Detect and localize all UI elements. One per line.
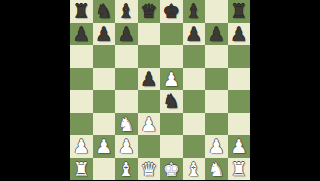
black-pawn-piece[interactable]: ♟ — [140, 68, 157, 90]
square-g3[interactable] — [205, 113, 228, 136]
square-b4[interactable] — [93, 90, 116, 113]
square-c1[interactable]: ♝ — [115, 158, 138, 181]
square-b6[interactable] — [93, 45, 116, 68]
white-king-piece[interactable]: ♚ — [163, 158, 180, 180]
black-bishop-piece[interactable]: ♝ — [185, 0, 202, 22]
square-a6[interactable] — [70, 45, 93, 68]
black-pawn-piece[interactable]: ♟ — [95, 23, 112, 45]
square-e3[interactable] — [160, 113, 183, 136]
square-d1[interactable]: ♛ — [138, 158, 161, 181]
square-h3[interactable] — [228, 113, 251, 136]
square-d4[interactable] — [138, 90, 161, 113]
square-b2[interactable]: ♟ — [93, 135, 116, 158]
square-a7[interactable]: ♟ — [70, 23, 93, 46]
square-f8[interactable]: ♝ — [183, 0, 206, 23]
white-rook-piece[interactable]: ♜ — [230, 158, 247, 180]
square-a2[interactable]: ♟ — [70, 135, 93, 158]
square-e2[interactable] — [160, 135, 183, 158]
white-bishop-piece[interactable]: ♝ — [118, 158, 135, 180]
white-pawn-piece[interactable]: ♟ — [140, 113, 157, 135]
square-f4[interactable] — [183, 90, 206, 113]
white-pawn-piece[interactable]: ♟ — [118, 135, 135, 157]
square-d2[interactable] — [138, 135, 161, 158]
square-b5[interactable] — [93, 68, 116, 91]
video-frame: ♜♞♝♛♚♝♜♟♟♟♟♟♟♟♟♞♞♟♟♟♟♟♟♜♝♛♚♝♞♜ — [0, 0, 320, 180]
black-king-piece[interactable]: ♚ — [163, 0, 180, 22]
square-c2[interactable]: ♟ — [115, 135, 138, 158]
square-e4[interactable]: ♞ — [160, 90, 183, 113]
square-c3[interactable]: ♞ — [115, 113, 138, 136]
square-f3[interactable] — [183, 113, 206, 136]
black-pawn-piece[interactable]: ♟ — [208, 23, 225, 45]
square-g6[interactable] — [205, 45, 228, 68]
square-h6[interactable] — [228, 45, 251, 68]
black-pawn-piece[interactable]: ♟ — [73, 23, 90, 45]
white-pawn-piece[interactable]: ♟ — [163, 68, 180, 90]
square-e6[interactable] — [160, 45, 183, 68]
square-f6[interactable] — [183, 45, 206, 68]
square-e7[interactable] — [160, 23, 183, 46]
square-a5[interactable] — [70, 68, 93, 91]
chess-board[interactable]: ♜♞♝♛♚♝♜♟♟♟♟♟♟♟♟♞♞♟♟♟♟♟♟♜♝♛♚♝♞♜ — [70, 0, 250, 180]
square-d8[interactable]: ♛ — [138, 0, 161, 23]
square-e8[interactable]: ♚ — [160, 0, 183, 23]
square-g7[interactable]: ♟ — [205, 23, 228, 46]
square-h8[interactable]: ♜ — [228, 0, 251, 23]
square-b1[interactable] — [93, 158, 116, 181]
square-a3[interactable] — [70, 113, 93, 136]
letterbox-left — [0, 0, 70, 180]
square-e5[interactable]: ♟ — [160, 68, 183, 91]
square-h4[interactable] — [228, 90, 251, 113]
square-a4[interactable] — [70, 90, 93, 113]
square-e1[interactable]: ♚ — [160, 158, 183, 181]
square-g8[interactable] — [205, 0, 228, 23]
square-g4[interactable] — [205, 90, 228, 113]
square-d5[interactable]: ♟ — [138, 68, 161, 91]
square-c5[interactable] — [115, 68, 138, 91]
square-h2[interactable]: ♟ — [228, 135, 251, 158]
square-d7[interactable] — [138, 23, 161, 46]
square-c6[interactable] — [115, 45, 138, 68]
square-f1[interactable]: ♝ — [183, 158, 206, 181]
black-pawn-piece[interactable]: ♟ — [230, 23, 247, 45]
square-g1[interactable]: ♞ — [205, 158, 228, 181]
square-f2[interactable] — [183, 135, 206, 158]
square-f5[interactable] — [183, 68, 206, 91]
square-a8[interactable]: ♜ — [70, 0, 93, 23]
square-g2[interactable]: ♟ — [205, 135, 228, 158]
square-g5[interactable] — [205, 68, 228, 91]
white-pawn-piece[interactable]: ♟ — [230, 135, 247, 157]
square-b8[interactable]: ♞ — [93, 0, 116, 23]
white-pawn-piece[interactable]: ♟ — [208, 135, 225, 157]
black-knight-piece[interactable]: ♞ — [163, 90, 180, 112]
white-knight-piece[interactable]: ♞ — [118, 113, 135, 135]
square-f7[interactable]: ♟ — [183, 23, 206, 46]
white-knight-piece[interactable]: ♞ — [208, 158, 225, 180]
white-bishop-piece[interactable]: ♝ — [185, 158, 202, 180]
letterbox-right — [250, 0, 320, 180]
square-a1[interactable]: ♜ — [70, 158, 93, 181]
black-rook-piece[interactable]: ♜ — [230, 0, 247, 22]
black-pawn-piece[interactable]: ♟ — [118, 23, 135, 45]
square-d6[interactable] — [138, 45, 161, 68]
square-c7[interactable]: ♟ — [115, 23, 138, 46]
white-queen-piece[interactable]: ♛ — [140, 158, 157, 180]
square-h5[interactable] — [228, 68, 251, 91]
square-h7[interactable]: ♟ — [228, 23, 251, 46]
black-rook-piece[interactable]: ♜ — [73, 0, 90, 22]
black-pawn-piece[interactable]: ♟ — [185, 23, 202, 45]
square-b7[interactable]: ♟ — [93, 23, 116, 46]
white-pawn-piece[interactable]: ♟ — [95, 135, 112, 157]
black-knight-piece[interactable]: ♞ — [95, 0, 112, 22]
white-pawn-piece[interactable]: ♟ — [73, 135, 90, 157]
square-b3[interactable] — [93, 113, 116, 136]
square-h1[interactable]: ♜ — [228, 158, 251, 181]
black-bishop-piece[interactable]: ♝ — [118, 0, 135, 22]
square-c4[interactable] — [115, 90, 138, 113]
black-queen-piece[interactable]: ♛ — [140, 0, 157, 22]
white-rook-piece[interactable]: ♜ — [73, 158, 90, 180]
square-d3[interactable]: ♟ — [138, 113, 161, 136]
square-c8[interactable]: ♝ — [115, 0, 138, 23]
